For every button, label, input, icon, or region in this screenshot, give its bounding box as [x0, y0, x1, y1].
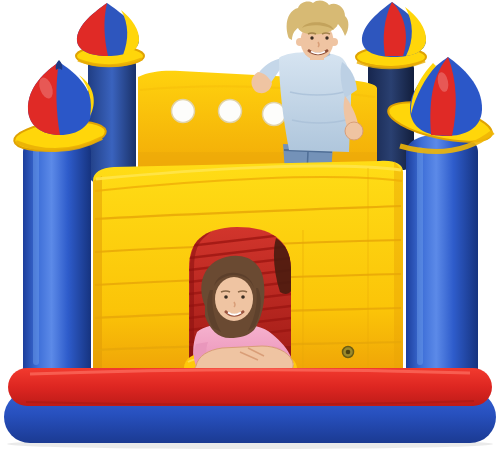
boy-shirt: [279, 52, 351, 152]
front-right-column: [406, 134, 478, 374]
product-photo: [0, 0, 500, 451]
rear-left-column: [88, 54, 136, 184]
air-valve-center: [346, 350, 351, 355]
boy-eye: [310, 36, 313, 39]
porthole-1: [172, 100, 195, 123]
wall-left-fold: [93, 176, 102, 374]
girl-eye: [224, 295, 228, 299]
boy-eye: [325, 36, 328, 39]
girl-eye: [241, 295, 245, 299]
bounce-castle-illustration: [0, 0, 500, 451]
boy-left-fist: [345, 122, 363, 140]
porthole-3: [263, 103, 286, 126]
porthole-2: [219, 100, 242, 123]
